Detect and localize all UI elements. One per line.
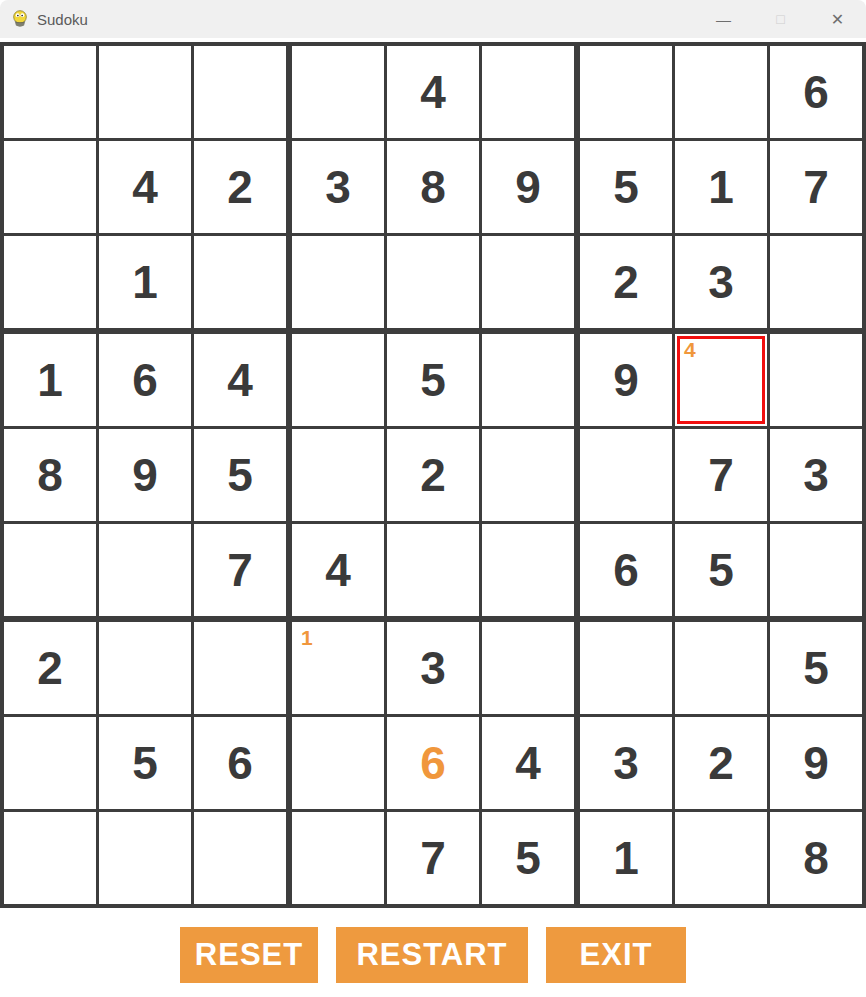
cell-value: 8 [37,452,63,498]
cell-r3c1[interactable] [4,236,99,334]
cell-r9c1[interactable] [4,812,99,904]
cell-value: 9 [515,164,541,210]
pencil-mark: 4 [684,339,696,360]
cell-r3c9[interactable] [770,236,862,334]
cell-r2c6[interactable]: 9 [482,141,580,236]
cell-r3c4[interactable] [292,236,387,334]
cell-r8c9[interactable]: 9 [770,717,862,812]
cell-value: 1 [613,835,639,881]
cell-r4c3[interactable]: 4 [194,334,292,429]
cell-r2c5[interactable]: 8 [387,141,482,236]
cell-r2c7[interactable]: 5 [580,141,675,236]
cell-value: 6 [227,740,253,786]
cell-value: 3 [613,740,639,786]
cell-r9c7[interactable]: 1 [580,812,675,904]
cell-r9c4[interactable] [292,812,387,904]
cell-r7c7[interactable] [580,622,675,717]
cell-r1c6[interactable] [482,46,580,141]
exit-button[interactable]: EXIT [546,927,686,983]
cell-value: 3 [325,164,351,210]
cell-value: 2 [227,164,253,210]
cell-r9c3[interactable] [194,812,292,904]
cell-r1c1[interactable] [4,46,99,141]
cell-r8c6[interactable]: 4 [482,717,580,812]
cell-value: 1 [708,164,734,210]
cell-value: 6 [132,357,158,403]
cell-r8c3[interactable]: 6 [194,717,292,812]
cell-value: 5 [613,164,639,210]
cell-r7c5[interactable]: 3 [387,622,482,717]
cell-value: 9 [803,740,829,786]
cell-value: 6 [803,69,829,115]
cell-r3c7[interactable]: 2 [580,236,675,334]
cell-value: 7 [420,835,446,881]
cell-r3c6[interactable] [482,236,580,334]
cell-r4c4[interactable] [292,334,387,429]
button-bar: RESET RESTART EXIT [0,908,866,997]
cell-r5c2[interactable]: 9 [99,429,194,524]
cell-r6c6[interactable] [482,524,580,622]
cell-r1c7[interactable] [580,46,675,141]
cell-r2c8[interactable]: 1 [675,141,770,236]
cell-r5c6[interactable] [482,429,580,524]
cell-r6c7[interactable]: 6 [580,524,675,622]
cell-r6c2[interactable] [99,524,194,622]
cell-r4c1[interactable]: 1 [4,334,99,429]
cell-value: 5 [227,452,253,498]
reset-button[interactable]: RESET [180,927,318,983]
cell-value: 4 [227,357,253,403]
cell-r4c5[interactable]: 5 [387,334,482,429]
cell-r9c5[interactable]: 7 [387,812,482,904]
cell-r6c1[interactable] [4,524,99,622]
cell-value: 4 [132,164,158,210]
cell-value: 2 [613,259,639,305]
pencil-mark: 1 [301,627,313,648]
cell-r6c8[interactable]: 5 [675,524,770,622]
restart-button[interactable]: RESTART [336,927,528,983]
cell-r1c4[interactable] [292,46,387,141]
cell-r5c7[interactable] [580,429,675,524]
cell-value: 3 [708,259,734,305]
cell-value: 3 [803,452,829,498]
cell-value: 1 [37,357,63,403]
cell-r5c9[interactable]: 3 [770,429,862,524]
cell-value: 7 [708,452,734,498]
cell-value: 7 [227,547,253,593]
cell-value: 4 [420,69,446,115]
cell-r7c9[interactable]: 5 [770,622,862,717]
cell-r3c8[interactable]: 3 [675,236,770,334]
cell-r6c4[interactable]: 4 [292,524,387,622]
pygame-snake-icon [11,10,29,28]
cell-r8c4[interactable] [292,717,387,812]
cell-r7c4[interactable]: 1 [292,622,387,717]
cell-r2c3[interactable]: 2 [194,141,292,236]
cell-r8c5[interactable]: 6 [387,717,482,812]
cell-r3c3[interactable] [194,236,292,334]
cell-r4c6[interactable] [482,334,580,429]
cell-r4c2[interactable]: 6 [99,334,194,429]
cell-r1c8[interactable] [675,46,770,141]
cell-r1c2[interactable] [99,46,194,141]
cell-r9c2[interactable] [99,812,194,904]
cell-r9c6[interactable]: 5 [482,812,580,904]
cell-value: 1 [132,259,158,305]
cell-r5c3[interactable]: 5 [194,429,292,524]
window-controls: — □ ✕ [695,0,866,38]
cell-r2c1[interactable] [4,141,99,236]
cell-r4c9[interactable] [770,334,862,429]
cell-r8c1[interactable] [4,717,99,812]
cell-value: 8 [420,164,446,210]
cell-r6c3[interactable]: 7 [194,524,292,622]
cell-r1c5[interactable]: 4 [387,46,482,141]
cell-r1c3[interactable] [194,46,292,141]
cell-r7c6[interactable] [482,622,580,717]
cell-value: 9 [132,452,158,498]
cell-value: 6 [420,740,446,786]
close-button[interactable]: ✕ [809,0,866,38]
cell-r2c4[interactable]: 3 [292,141,387,236]
cell-value: 9 [613,357,639,403]
cell-value: 2 [420,452,446,498]
cell-r8c7[interactable]: 3 [580,717,675,812]
title-bar: Sudoku — □ ✕ [0,0,866,38]
cell-value: 5 [515,835,541,881]
window-title: Sudoku [37,11,88,28]
cell-r4c7[interactable]: 9 [580,334,675,429]
cell-r4c8[interactable]: 4 [675,334,770,429]
cell-value: 5 [803,645,829,691]
cell-r5c8[interactable]: 7 [675,429,770,524]
cell-r7c1[interactable]: 2 [4,622,99,717]
cell-value: 4 [325,547,351,593]
cell-value: 8 [803,835,829,881]
cell-value: 2 [708,740,734,786]
cell-r8c2[interactable]: 5 [99,717,194,812]
cell-r6c5[interactable] [387,524,482,622]
cell-r1c9[interactable]: 6 [770,46,862,141]
cell-r5c1[interactable]: 8 [4,429,99,524]
cell-r6c9[interactable] [770,524,862,622]
cell-r3c2[interactable]: 1 [99,236,194,334]
cell-r8c8[interactable]: 2 [675,717,770,812]
minimize-button[interactable]: — [695,0,752,38]
cell-value: 2 [37,645,63,691]
cell-value: 5 [132,740,158,786]
cell-r7c8[interactable] [675,622,770,717]
cell-r2c9[interactable]: 7 [770,141,862,236]
maximize-button[interactable]: □ [752,0,809,38]
cell-value: 7 [803,164,829,210]
cell-value: 3 [420,645,446,691]
cell-r9c8[interactable] [675,812,770,904]
cell-value: 4 [515,740,541,786]
app-window: Sudoku — □ ✕ 464238951712316459489527374… [0,0,866,997]
cell-r5c4[interactable] [292,429,387,524]
sudoku-board: 4642389517123164594895273746521355664329… [0,42,866,908]
cell-r9c9[interactable]: 8 [770,812,862,904]
cell-value: 5 [420,357,446,403]
cell-r5c5[interactable]: 2 [387,429,482,524]
cell-value: 6 [613,547,639,593]
cell-r7c2[interactable] [99,622,194,717]
cell-r7c3[interactable] [194,622,292,717]
cell-r3c5[interactable] [387,236,482,334]
cell-value: 5 [708,547,734,593]
cell-r2c2[interactable]: 4 [99,141,194,236]
